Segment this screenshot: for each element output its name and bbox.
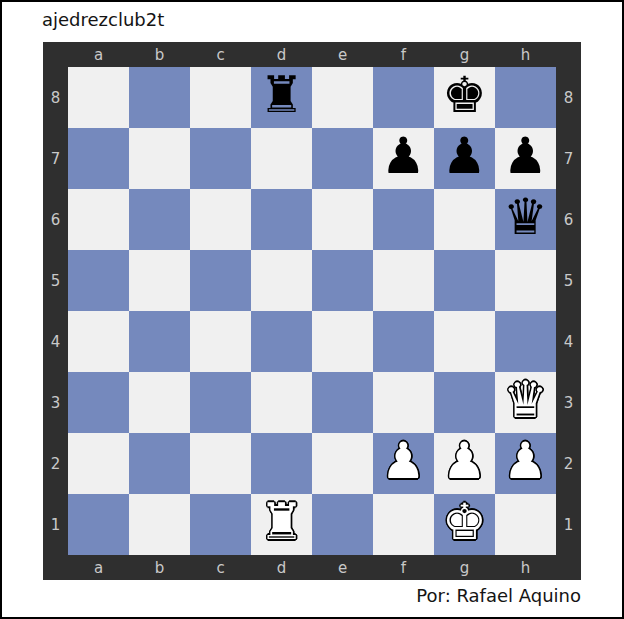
square-b7[interactable] <box>129 128 190 189</box>
square-d6[interactable] <box>251 189 312 250</box>
rank-label-3: 3 <box>43 372 68 433</box>
file-label-a: a <box>68 42 129 67</box>
rank-label-2: 2 <box>556 433 581 494</box>
rank-label-6: 6 <box>556 189 581 250</box>
square-h4[interactable] <box>495 311 556 372</box>
square-f1[interactable] <box>373 494 434 555</box>
square-d4[interactable] <box>251 311 312 372</box>
square-f6[interactable] <box>373 189 434 250</box>
frame-corner <box>556 42 581 67</box>
square-b4[interactable] <box>129 311 190 372</box>
square-h3[interactable]: ♛ <box>495 372 556 433</box>
square-c7[interactable] <box>190 128 251 189</box>
square-a7[interactable] <box>68 128 129 189</box>
piece-white-pawn[interactable]: ♟ <box>381 431 426 492</box>
square-b1[interactable] <box>129 494 190 555</box>
file-label-e: e <box>312 555 373 580</box>
square-d5[interactable] <box>251 250 312 311</box>
square-c8[interactable] <box>190 67 251 128</box>
rank-label-8: 8 <box>556 67 581 128</box>
square-b3[interactable] <box>129 372 190 433</box>
square-h2[interactable]: ♟ <box>495 433 556 494</box>
page-title: ajedrezclub2t <box>42 9 164 30</box>
square-a1[interactable] <box>68 494 129 555</box>
square-e1[interactable] <box>312 494 373 555</box>
square-g3[interactable] <box>434 372 495 433</box>
frame-corner <box>556 555 581 580</box>
square-h5[interactable] <box>495 250 556 311</box>
rank-label-7: 7 <box>556 128 581 189</box>
rank-label-2: 2 <box>43 433 68 494</box>
file-label-a: a <box>68 555 129 580</box>
square-f5[interactable] <box>373 250 434 311</box>
square-f7[interactable]: ♟ <box>373 128 434 189</box>
square-e8[interactable] <box>312 67 373 128</box>
file-label-g: g <box>434 42 495 67</box>
square-e2[interactable] <box>312 433 373 494</box>
file-label-d: d <box>251 42 312 67</box>
file-label-g: g <box>434 555 495 580</box>
square-h8[interactable] <box>495 67 556 128</box>
square-h1[interactable] <box>495 494 556 555</box>
piece-black-king[interactable]: ♚ <box>442 65 487 126</box>
square-f2[interactable]: ♟ <box>373 433 434 494</box>
square-c4[interactable] <box>190 311 251 372</box>
rank-label-5: 5 <box>556 250 581 311</box>
square-d8[interactable]: ♜ <box>251 67 312 128</box>
rank-label-3: 3 <box>556 372 581 433</box>
square-e6[interactable] <box>312 189 373 250</box>
rank-label-4: 4 <box>43 311 68 372</box>
square-d7[interactable] <box>251 128 312 189</box>
square-h7[interactable]: ♟ <box>495 128 556 189</box>
piece-black-pawn[interactable]: ♟ <box>503 126 548 187</box>
square-g5[interactable] <box>434 250 495 311</box>
square-a3[interactable] <box>68 372 129 433</box>
rank-label-4: 4 <box>556 311 581 372</box>
file-label-e: e <box>312 42 373 67</box>
square-f4[interactable] <box>373 311 434 372</box>
square-g8[interactable]: ♚ <box>434 67 495 128</box>
piece-white-king[interactable]: ♚ <box>442 492 487 553</box>
chess-board: abcdefgh8♜♚87♟♟♟76♛655443♛32♟♟♟21♜♚1abcd… <box>43 42 581 580</box>
file-label-b: b <box>129 42 190 67</box>
file-label-f: f <box>373 42 434 67</box>
square-g4[interactable] <box>434 311 495 372</box>
square-e3[interactable] <box>312 372 373 433</box>
frame-corner <box>43 555 68 580</box>
square-a6[interactable] <box>68 189 129 250</box>
square-h6[interactable]: ♛ <box>495 189 556 250</box>
square-b6[interactable] <box>129 189 190 250</box>
square-c5[interactable] <box>190 250 251 311</box>
square-a8[interactable] <box>68 67 129 128</box>
piece-white-pawn[interactable]: ♟ <box>442 431 487 492</box>
square-c1[interactable] <box>190 494 251 555</box>
square-g7[interactable]: ♟ <box>434 128 495 189</box>
square-e4[interactable] <box>312 311 373 372</box>
square-e5[interactable] <box>312 250 373 311</box>
file-label-h: h <box>495 42 556 67</box>
piece-white-queen[interactable]: ♛ <box>503 370 548 431</box>
square-d2[interactable] <box>251 433 312 494</box>
piece-black-rook[interactable]: ♜ <box>259 65 304 126</box>
square-a5[interactable] <box>68 250 129 311</box>
piece-white-rook[interactable]: ♜ <box>259 492 304 553</box>
rank-label-1: 1 <box>43 494 68 555</box>
square-b5[interactable] <box>129 250 190 311</box>
rank-label-5: 5 <box>43 250 68 311</box>
file-label-c: c <box>190 42 251 67</box>
file-label-f: f <box>373 555 434 580</box>
piece-white-pawn[interactable]: ♟ <box>503 431 548 492</box>
square-f3[interactable] <box>373 372 434 433</box>
file-label-b: b <box>129 555 190 580</box>
square-c6[interactable] <box>190 189 251 250</box>
rank-label-1: 1 <box>556 494 581 555</box>
square-b8[interactable] <box>129 67 190 128</box>
square-g1[interactable]: ♚ <box>434 494 495 555</box>
piece-black-queen[interactable]: ♛ <box>503 187 548 248</box>
square-c3[interactable] <box>190 372 251 433</box>
piece-black-pawn[interactable]: ♟ <box>381 126 426 187</box>
file-label-d: d <box>251 555 312 580</box>
rank-label-8: 8 <box>43 67 68 128</box>
square-g6[interactable] <box>434 189 495 250</box>
square-d3[interactable] <box>251 372 312 433</box>
square-a2[interactable] <box>68 433 129 494</box>
square-b2[interactable] <box>129 433 190 494</box>
author-credit: Por: Rafael Aquino <box>416 585 581 606</box>
square-d1[interactable]: ♜ <box>251 494 312 555</box>
rank-label-6: 6 <box>43 189 68 250</box>
file-label-h: h <box>495 555 556 580</box>
square-f8[interactable] <box>373 67 434 128</box>
piece-black-pawn[interactable]: ♟ <box>442 126 487 187</box>
square-g2[interactable]: ♟ <box>434 433 495 494</box>
square-a4[interactable] <box>68 311 129 372</box>
square-e7[interactable] <box>312 128 373 189</box>
frame-corner <box>43 42 68 67</box>
rank-label-7: 7 <box>43 128 68 189</box>
file-label-c: c <box>190 555 251 580</box>
square-c2[interactable] <box>190 433 251 494</box>
